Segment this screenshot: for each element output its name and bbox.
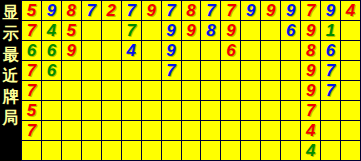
cell-r8c7 (142, 141, 161, 160)
sidebar-char: 牌 (3, 86, 19, 107)
cell-r3c4 (82, 41, 101, 60)
cell-r8c17 (341, 141, 360, 160)
cell-r5c13 (261, 81, 280, 100)
sidebar-label: 显 示 最 近 牌 局 (0, 0, 21, 161)
cell-r3c1: 6 (22, 41, 41, 60)
cell-r1c6: 7 (122, 1, 141, 20)
cell-r8c11 (221, 141, 240, 160)
cell-r3c6: 4 (122, 41, 141, 60)
cell-r4c6 (122, 61, 141, 80)
cell-r8c1 (22, 141, 41, 160)
cell-r5c11 (221, 81, 240, 100)
cell-r1c11: 7 (221, 1, 240, 20)
cell-r2c14: 6 (281, 21, 300, 40)
cell-r1c7: 9 (142, 1, 161, 20)
cell-r7c16 (321, 121, 340, 140)
board: 5987279787799979474579989691669496867679… (21, 0, 361, 161)
cell-r2c1: 7 (22, 21, 41, 40)
sidebar-char: 近 (3, 65, 19, 86)
cell-r8c15: 4 (301, 141, 320, 160)
cell-r8c4 (82, 141, 101, 160)
cell-r2c13 (261, 21, 280, 40)
cell-r6c17 (341, 101, 360, 120)
cell-r7c1: 7 (22, 121, 41, 140)
cell-r3c10 (201, 41, 220, 60)
cell-r6c1: 5 (22, 101, 41, 120)
cell-r7c17 (341, 121, 360, 140)
cell-r7c12 (241, 121, 260, 140)
cell-r2c17 (341, 21, 360, 40)
sidebar-char: 局 (3, 107, 19, 128)
cell-r3c5 (102, 41, 121, 60)
cell-r8c16 (321, 141, 340, 160)
cell-r8c2 (42, 141, 61, 160)
cell-r6c11 (221, 101, 240, 120)
cell-r2c9: 9 (182, 21, 201, 40)
cell-r6c16 (321, 101, 340, 120)
cell-r2c2: 4 (42, 21, 61, 40)
cell-r4c5 (102, 61, 121, 80)
cell-r6c2 (42, 101, 61, 120)
cell-r6c6 (122, 101, 141, 120)
cell-r4c7 (142, 61, 161, 80)
cell-r4c4 (82, 61, 101, 80)
cell-r4c1: 7 (22, 61, 41, 80)
cell-r6c4 (82, 101, 101, 120)
cell-r3c2: 6 (42, 41, 61, 60)
cell-r1c13: 9 (261, 1, 280, 20)
cell-r6c14 (281, 101, 300, 120)
cell-r6c5 (102, 101, 121, 120)
cell-r5c9 (182, 81, 201, 100)
cell-r4c17 (341, 61, 360, 80)
cell-r1c1: 5 (22, 1, 41, 20)
cell-r2c3: 5 (62, 21, 81, 40)
cell-r4c15: 9 (301, 61, 320, 80)
cell-r4c9 (182, 61, 201, 80)
cell-r6c7 (142, 101, 161, 120)
cell-r8c9 (182, 141, 201, 160)
cell-r1c5: 2 (102, 1, 121, 20)
cell-r2c12 (241, 21, 260, 40)
cell-r2c8: 9 (162, 21, 181, 40)
cell-r3c12 (241, 41, 260, 60)
cell-r5c1: 7 (22, 81, 41, 100)
cell-r5c17 (341, 81, 360, 100)
cell-r4c11 (221, 61, 240, 80)
cell-r2c5 (102, 21, 121, 40)
cell-r6c9 (182, 101, 201, 120)
cell-r4c2: 6 (42, 61, 61, 80)
cell-r7c10 (201, 121, 220, 140)
cell-r1c9: 8 (182, 1, 201, 20)
cell-r2c16: 1 (321, 21, 340, 40)
cell-r2c7 (142, 21, 161, 40)
cell-r5c3 (62, 81, 81, 100)
cell-r2c10: 8 (201, 21, 220, 40)
cell-r6c3 (62, 101, 81, 120)
cell-r4c3 (62, 61, 81, 80)
cell-r8c6 (122, 141, 141, 160)
sidebar-char: 显 (3, 2, 19, 23)
cell-r1c8: 7 (162, 1, 181, 20)
cell-r1c16: 9 (321, 1, 340, 20)
cell-r7c13 (261, 121, 280, 140)
cell-r4c16: 7 (321, 61, 340, 80)
cell-r7c8 (162, 121, 181, 140)
cell-r1c12: 9 (241, 1, 260, 20)
cell-r2c6: 7 (122, 21, 141, 40)
cell-r3c9 (182, 41, 201, 60)
cell-r5c16: 7 (321, 81, 340, 100)
cell-r3c17 (341, 41, 360, 60)
cell-r1c14: 9 (281, 1, 300, 20)
cell-r6c13 (261, 101, 280, 120)
cell-r3c14 (281, 41, 300, 60)
cell-r7c3 (62, 121, 81, 140)
cell-r5c2 (42, 81, 61, 100)
cell-r7c7 (142, 121, 161, 140)
cell-r3c11: 6 (221, 41, 240, 60)
sidebar-char: 示 (3, 23, 19, 44)
cell-r4c8: 7 (162, 61, 181, 80)
cell-r3c3: 9 (62, 41, 81, 60)
cell-r5c5 (102, 81, 121, 100)
cell-r5c8 (162, 81, 181, 100)
cell-r5c7 (142, 81, 161, 100)
recent-results-panel: 显 示 最 近 牌 局 5987279787799979474579989691… (0, 0, 361, 161)
cell-r8c5 (102, 141, 121, 160)
cell-r2c4 (82, 21, 101, 40)
cell-r7c14 (281, 121, 300, 140)
cell-r8c14 (281, 141, 300, 160)
cell-r3c7 (142, 41, 161, 60)
cell-r3c8: 9 (162, 41, 181, 60)
cell-r1c4: 7 (82, 1, 101, 20)
cell-r8c12 (241, 141, 260, 160)
cell-r1c15: 7 (301, 1, 320, 20)
cell-r6c12 (241, 101, 260, 120)
cell-r7c5 (102, 121, 121, 140)
cell-r8c13 (261, 141, 280, 160)
cell-r8c3 (62, 141, 81, 160)
cell-r6c15: 7 (301, 101, 320, 120)
cell-r3c15: 8 (301, 41, 320, 60)
cell-r7c2 (42, 121, 61, 140)
cell-r5c4 (82, 81, 101, 100)
cell-r5c15: 9 (301, 81, 320, 100)
cell-r4c14 (281, 61, 300, 80)
cell-r4c10 (201, 61, 220, 80)
cell-r7c6 (122, 121, 141, 140)
cell-r6c10 (201, 101, 220, 120)
cell-r5c14 (281, 81, 300, 100)
cell-r8c10 (201, 141, 220, 160)
cell-r7c15: 4 (301, 121, 320, 140)
cell-r4c13 (261, 61, 280, 80)
cell-r7c4 (82, 121, 101, 140)
cell-r6c8 (162, 101, 181, 120)
cell-r1c3: 8 (62, 1, 81, 20)
cell-r7c11 (221, 121, 240, 140)
cell-r8c8 (162, 141, 181, 160)
cell-r5c6 (122, 81, 141, 100)
cell-r3c16: 6 (321, 41, 340, 60)
cell-r5c12 (241, 81, 260, 100)
cell-r4c12 (241, 61, 260, 80)
cell-r3c13 (261, 41, 280, 60)
cell-r1c2: 9 (42, 1, 61, 20)
cell-r2c11: 9 (221, 21, 240, 40)
cell-r1c10: 7 (201, 1, 220, 20)
cell-r1c17: 4 (341, 1, 360, 20)
cell-r5c10 (201, 81, 220, 100)
cell-r7c9 (182, 121, 201, 140)
sidebar-char: 最 (3, 44, 19, 65)
cell-r2c15: 9 (301, 21, 320, 40)
